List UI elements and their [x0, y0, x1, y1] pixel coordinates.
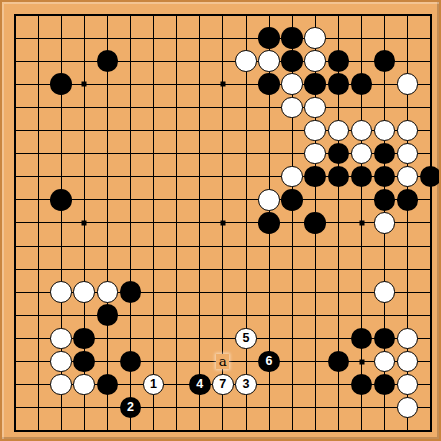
- intersection[interactable]: [281, 50, 304, 73]
- intersection[interactable]: [419, 350, 441, 373]
- black-stone[interactable]: [281, 50, 303, 72]
- white-stone[interactable]: [235, 50, 257, 72]
- intersection[interactable]: [119, 165, 142, 188]
- intersection[interactable]: [304, 211, 327, 234]
- intersection[interactable]: [304, 165, 327, 188]
- intersection[interactable]: [188, 50, 211, 73]
- intersection[interactable]: [350, 211, 373, 234]
- intersection[interactable]: [73, 350, 96, 373]
- intersection[interactable]: [142, 234, 165, 257]
- intersection[interactable]: [373, 96, 396, 119]
- intersection[interactable]: [396, 327, 419, 350]
- intersection[interactable]: [234, 73, 257, 96]
- intersection[interactable]: [50, 188, 73, 211]
- intersection[interactable]: [327, 142, 350, 165]
- intersection[interactable]: [304, 50, 327, 73]
- black-stone[interactable]: [281, 27, 303, 49]
- intersection[interactable]: [257, 373, 280, 396]
- intersection[interactable]: [327, 396, 350, 419]
- intersection[interactable]: [142, 142, 165, 165]
- intersection[interactable]: [96, 96, 119, 119]
- intersection[interactable]: [27, 50, 50, 73]
- intersection[interactable]: [96, 27, 119, 50]
- intersection[interactable]: [142, 304, 165, 327]
- intersection[interactable]: [188, 73, 211, 96]
- intersection[interactable]: [165, 165, 188, 188]
- intersection[interactable]: [419, 50, 441, 73]
- intersection[interactable]: [188, 419, 211, 441]
- intersection[interactable]: [327, 327, 350, 350]
- intersection[interactable]: [304, 188, 327, 211]
- intersection[interactable]: [281, 304, 304, 327]
- go-board[interactable]: 5a614732: [0, 0, 441, 441]
- intersection[interactable]: [396, 27, 419, 50]
- intersection[interactable]: [96, 3, 119, 26]
- intersection[interactable]: [96, 50, 119, 73]
- intersection[interactable]: [350, 304, 373, 327]
- intersection[interactable]: [73, 304, 96, 327]
- intersection[interactable]: [96, 396, 119, 419]
- intersection[interactable]: [304, 304, 327, 327]
- intersection[interactable]: [27, 350, 50, 373]
- intersection[interactable]: [350, 142, 373, 165]
- intersection[interactable]: [350, 188, 373, 211]
- intersection[interactable]: [211, 419, 234, 441]
- intersection[interactable]: [419, 73, 441, 96]
- intersection[interactable]: [142, 281, 165, 304]
- intersection[interactable]: [211, 3, 234, 26]
- white-stone[interactable]: [397, 351, 419, 373]
- white-stone[interactable]: [281, 166, 303, 188]
- intersection[interactable]: [304, 350, 327, 373]
- intersection[interactable]: [234, 281, 257, 304]
- intersection[interactable]: [165, 119, 188, 142]
- intersection[interactable]: [50, 350, 73, 373]
- intersection[interactable]: [142, 188, 165, 211]
- intersection[interactable]: [96, 165, 119, 188]
- white-stone[interactable]: [304, 143, 326, 165]
- intersection[interactable]: [119, 327, 142, 350]
- white-stone[interactable]: 7: [212, 374, 234, 396]
- intersection[interactable]: [50, 165, 73, 188]
- intersection[interactable]: [419, 211, 441, 234]
- intersection[interactable]: [50, 211, 73, 234]
- intersection[interactable]: [73, 257, 96, 280]
- intersection[interactable]: [50, 419, 73, 441]
- intersection[interactable]: 1: [142, 373, 165, 396]
- intersection[interactable]: [73, 234, 96, 257]
- intersection[interactable]: [257, 396, 280, 419]
- intersection[interactable]: [119, 50, 142, 73]
- intersection[interactable]: 7: [211, 373, 234, 396]
- intersection[interactable]: [350, 119, 373, 142]
- intersection[interactable]: [419, 165, 441, 188]
- white-stone[interactable]: [281, 73, 303, 95]
- white-stone[interactable]: [397, 73, 419, 95]
- white-stone[interactable]: [304, 97, 326, 119]
- intersection[interactable]: [73, 165, 96, 188]
- intersection[interactable]: [3, 27, 26, 50]
- intersection[interactable]: [396, 73, 419, 96]
- intersection[interactable]: [3, 96, 26, 119]
- intersection[interactable]: [419, 281, 441, 304]
- intersection[interactable]: [373, 211, 396, 234]
- black-stone[interactable]: [97, 304, 119, 326]
- intersection[interactable]: [142, 165, 165, 188]
- intersection[interactable]: [211, 211, 234, 234]
- intersection[interactable]: [119, 3, 142, 26]
- intersection[interactable]: [234, 396, 257, 419]
- intersection[interactable]: [188, 188, 211, 211]
- white-stone[interactable]: [374, 351, 396, 373]
- intersection[interactable]: [396, 96, 419, 119]
- intersection[interactable]: [257, 234, 280, 257]
- black-stone[interactable]: [328, 166, 350, 188]
- intersection[interactable]: [50, 119, 73, 142]
- black-stone[interactable]: [397, 189, 419, 211]
- intersection[interactable]: [419, 3, 441, 26]
- intersection[interactable]: [188, 3, 211, 26]
- black-stone[interactable]: [374, 328, 396, 350]
- intersection[interactable]: [3, 142, 26, 165]
- intersection[interactable]: [188, 281, 211, 304]
- intersection[interactable]: [211, 396, 234, 419]
- black-stone[interactable]: [50, 189, 72, 211]
- intersection[interactable]: [188, 211, 211, 234]
- intersection[interactable]: [73, 27, 96, 50]
- intersection[interactable]: [96, 73, 119, 96]
- intersection[interactable]: [119, 350, 142, 373]
- intersection[interactable]: [234, 119, 257, 142]
- black-stone[interactable]: [258, 212, 280, 234]
- intersection[interactable]: [304, 234, 327, 257]
- intersection[interactable]: [234, 3, 257, 26]
- intersection[interactable]: [281, 96, 304, 119]
- intersection[interactable]: [327, 234, 350, 257]
- intersection[interactable]: [373, 119, 396, 142]
- intersection[interactable]: [350, 234, 373, 257]
- intersection[interactable]: [304, 73, 327, 96]
- intersection[interactable]: [419, 304, 441, 327]
- intersection[interactable]: [211, 327, 234, 350]
- intersection[interactable]: [396, 396, 419, 419]
- black-stone[interactable]: [328, 50, 350, 72]
- intersection[interactable]: [327, 27, 350, 50]
- intersection[interactable]: [27, 373, 50, 396]
- black-stone[interactable]: [97, 50, 119, 72]
- intersection[interactable]: [373, 373, 396, 396]
- intersection[interactable]: [396, 142, 419, 165]
- intersection[interactable]: [73, 142, 96, 165]
- intersection[interactable]: [188, 165, 211, 188]
- intersection[interactable]: [373, 234, 396, 257]
- black-stone[interactable]: [73, 351, 95, 373]
- intersection[interactable]: [50, 73, 73, 96]
- intersection[interactable]: [73, 73, 96, 96]
- white-stone[interactable]: [397, 374, 419, 396]
- white-stone[interactable]: [50, 328, 72, 350]
- intersection[interactable]: [165, 3, 188, 26]
- intersection[interactable]: [396, 119, 419, 142]
- black-stone[interactable]: [304, 166, 326, 188]
- intersection[interactable]: [304, 373, 327, 396]
- intersection[interactable]: [165, 419, 188, 441]
- intersection[interactable]: [281, 350, 304, 373]
- intersection[interactable]: [142, 50, 165, 73]
- intersection[interactable]: [27, 142, 50, 165]
- intersection[interactable]: [96, 419, 119, 441]
- intersection[interactable]: [188, 27, 211, 50]
- intersection[interactable]: [211, 188, 234, 211]
- white-stone[interactable]: [397, 397, 419, 419]
- white-stone[interactable]: [50, 351, 72, 373]
- intersection[interactable]: [119, 234, 142, 257]
- intersection[interactable]: [3, 188, 26, 211]
- white-stone[interactable]: [73, 374, 95, 396]
- black-stone[interactable]: [351, 374, 373, 396]
- intersection[interactable]: [257, 304, 280, 327]
- intersection[interactable]: [165, 396, 188, 419]
- intersection[interactable]: [304, 327, 327, 350]
- intersection[interactable]: [142, 27, 165, 50]
- intersection[interactable]: [373, 281, 396, 304]
- intersection[interactable]: [304, 27, 327, 50]
- intersection[interactable]: [281, 281, 304, 304]
- intersection[interactable]: [373, 257, 396, 280]
- intersection[interactable]: [257, 188, 280, 211]
- intersection[interactable]: [327, 419, 350, 441]
- intersection[interactable]: [165, 50, 188, 73]
- intersection[interactable]: [327, 304, 350, 327]
- intersection[interactable]: [396, 419, 419, 441]
- black-stone[interactable]: [304, 73, 326, 95]
- intersection[interactable]: [350, 257, 373, 280]
- intersection[interactable]: [3, 281, 26, 304]
- black-stone[interactable]: [281, 189, 303, 211]
- intersection[interactable]: [142, 211, 165, 234]
- intersection[interactable]: [119, 373, 142, 396]
- intersection[interactable]: [3, 419, 26, 441]
- intersection[interactable]: [119, 142, 142, 165]
- intersection[interactable]: [419, 234, 441, 257]
- white-stone[interactable]: [97, 281, 119, 303]
- intersection[interactable]: [281, 419, 304, 441]
- white-stone[interactable]: [351, 120, 373, 142]
- intersection[interactable]: [27, 419, 50, 441]
- intersection[interactable]: [142, 119, 165, 142]
- intersection[interactable]: [165, 234, 188, 257]
- intersection[interactable]: [257, 211, 280, 234]
- intersection[interactable]: [3, 304, 26, 327]
- intersection[interactable]: [3, 3, 26, 26]
- intersection[interactable]: [27, 73, 50, 96]
- intersection[interactable]: [211, 304, 234, 327]
- black-stone[interactable]: [328, 143, 350, 165]
- intersection[interactable]: [142, 419, 165, 441]
- intersection[interactable]: [257, 73, 280, 96]
- intersection[interactable]: [96, 234, 119, 257]
- black-stone[interactable]: [328, 73, 350, 95]
- intersection[interactable]: [257, 119, 280, 142]
- intersection[interactable]: [350, 73, 373, 96]
- intersection[interactable]: [257, 96, 280, 119]
- intersection[interactable]: [119, 119, 142, 142]
- intersection[interactable]: [27, 96, 50, 119]
- black-stone[interactable]: [328, 351, 350, 373]
- intersection[interactable]: [396, 3, 419, 26]
- intersection[interactable]: [257, 3, 280, 26]
- intersection[interactable]: 6: [257, 350, 280, 373]
- intersection[interactable]: [165, 373, 188, 396]
- intersection[interactable]: [27, 165, 50, 188]
- intersection[interactable]: [119, 96, 142, 119]
- intersection[interactable]: [373, 327, 396, 350]
- intersection[interactable]: [3, 73, 26, 96]
- intersection[interactable]: [96, 142, 119, 165]
- intersection[interactable]: [50, 257, 73, 280]
- intersection[interactable]: [211, 96, 234, 119]
- intersection[interactable]: [281, 73, 304, 96]
- intersection[interactable]: [281, 234, 304, 257]
- intersection[interactable]: [96, 350, 119, 373]
- intersection[interactable]: [50, 3, 73, 26]
- intersection[interactable]: [211, 234, 234, 257]
- intersection[interactable]: [327, 373, 350, 396]
- intersection[interactable]: [419, 188, 441, 211]
- intersection[interactable]: [50, 234, 73, 257]
- intersection[interactable]: [188, 327, 211, 350]
- intersection[interactable]: [396, 50, 419, 73]
- intersection[interactable]: [142, 327, 165, 350]
- intersection[interactable]: [165, 73, 188, 96]
- intersection[interactable]: [3, 257, 26, 280]
- intersection[interactable]: [327, 50, 350, 73]
- intersection[interactable]: [119, 257, 142, 280]
- intersection[interactable]: [327, 257, 350, 280]
- white-stone[interactable]: [281, 97, 303, 119]
- intersection[interactable]: [350, 27, 373, 50]
- intersection[interactable]: [3, 119, 26, 142]
- intersection[interactable]: [396, 234, 419, 257]
- intersection[interactable]: [396, 350, 419, 373]
- intersection[interactable]: [96, 211, 119, 234]
- intersection[interactable]: [73, 281, 96, 304]
- white-stone[interactable]: [374, 212, 396, 234]
- intersection[interactable]: [396, 165, 419, 188]
- intersection[interactable]: [281, 396, 304, 419]
- intersection[interactable]: [73, 3, 96, 26]
- intersection[interactable]: [350, 165, 373, 188]
- intersection[interactable]: [27, 27, 50, 50]
- white-stone[interactable]: [73, 281, 95, 303]
- intersection[interactable]: [3, 234, 26, 257]
- intersection[interactable]: [281, 211, 304, 234]
- black-stone[interactable]: [351, 73, 373, 95]
- intersection[interactable]: [3, 396, 26, 419]
- intersection[interactable]: [257, 142, 280, 165]
- intersection[interactable]: [373, 350, 396, 373]
- black-stone[interactable]: [50, 73, 72, 95]
- intersection[interactable]: [188, 396, 211, 419]
- intersection[interactable]: [50, 304, 73, 327]
- intersection[interactable]: [73, 373, 96, 396]
- intersection[interactable]: [27, 257, 50, 280]
- intersection[interactable]: [142, 73, 165, 96]
- intersection[interactable]: [165, 27, 188, 50]
- intersection[interactable]: [327, 3, 350, 26]
- intersection[interactable]: [234, 234, 257, 257]
- intersection[interactable]: [281, 119, 304, 142]
- intersection[interactable]: [419, 27, 441, 50]
- black-stone[interactable]: 2: [120, 397, 142, 419]
- white-stone[interactable]: [50, 281, 72, 303]
- intersection[interactable]: [234, 142, 257, 165]
- intersection[interactable]: [373, 419, 396, 441]
- intersection[interactable]: [396, 304, 419, 327]
- white-stone[interactable]: [304, 27, 326, 49]
- intersection[interactable]: [281, 3, 304, 26]
- white-stone[interactable]: [397, 166, 419, 188]
- intersection[interactable]: [96, 119, 119, 142]
- intersection[interactable]: [50, 50, 73, 73]
- intersection[interactable]: [350, 281, 373, 304]
- intersection[interactable]: [396, 257, 419, 280]
- intersection[interactable]: [211, 165, 234, 188]
- black-stone[interactable]: [120, 281, 142, 303]
- intersection[interactable]: [304, 281, 327, 304]
- intersection[interactable]: [96, 257, 119, 280]
- intersection[interactable]: [327, 188, 350, 211]
- white-stone[interactable]: [397, 143, 419, 165]
- intersection[interactable]: [257, 50, 280, 73]
- intersection[interactable]: [188, 234, 211, 257]
- intersection[interactable]: [350, 373, 373, 396]
- intersection[interactable]: [327, 73, 350, 96]
- intersection[interactable]: [188, 119, 211, 142]
- intersection[interactable]: [165, 96, 188, 119]
- intersection[interactable]: [142, 3, 165, 26]
- intersection[interactable]: [3, 350, 26, 373]
- intersection[interactable]: [73, 327, 96, 350]
- intersection[interactable]: [350, 396, 373, 419]
- intersection[interactable]: [419, 96, 441, 119]
- intersection[interactable]: [96, 373, 119, 396]
- intersection[interactable]: [373, 188, 396, 211]
- intersection[interactable]: [27, 188, 50, 211]
- intersection[interactable]: [281, 188, 304, 211]
- intersection[interactable]: [73, 50, 96, 73]
- intersection[interactable]: [234, 165, 257, 188]
- black-stone[interactable]: [420, 166, 441, 188]
- white-stone[interactable]: [304, 50, 326, 72]
- intersection[interactable]: [73, 188, 96, 211]
- intersection[interactable]: [396, 188, 419, 211]
- intersection[interactable]: [211, 142, 234, 165]
- white-stone[interactable]: [258, 189, 280, 211]
- intersection[interactable]: [419, 373, 441, 396]
- intersection[interactable]: [165, 327, 188, 350]
- intersection[interactable]: [188, 142, 211, 165]
- intersection[interactable]: [96, 281, 119, 304]
- intersection[interactable]: [211, 73, 234, 96]
- intersection[interactable]: [27, 211, 50, 234]
- intersection[interactable]: [3, 373, 26, 396]
- intersection[interactable]: [327, 211, 350, 234]
- intersection[interactable]: [327, 281, 350, 304]
- intersection[interactable]: [373, 165, 396, 188]
- intersection[interactable]: [419, 142, 441, 165]
- intersection[interactable]: [327, 165, 350, 188]
